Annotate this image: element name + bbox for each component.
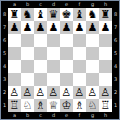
rank-label-5: 5	[1, 47, 8, 60]
rank-label-6: 6	[112, 34, 119, 47]
square-e2[interactable]: ♙	[60, 86, 73, 99]
rank-label-5: 5	[112, 47, 119, 60]
square-b3[interactable]	[21, 73, 34, 86]
rank-label-3: 3	[112, 73, 119, 86]
rank-label-2: 2	[1, 86, 8, 99]
square-g8[interactable]: ♞	[86, 8, 99, 21]
rank-label-1: 1	[112, 99, 119, 112]
square-b6[interactable]	[21, 34, 34, 47]
white-bishop-icon: ♗	[36, 99, 46, 112]
rank-label-8: 8	[112, 8, 119, 21]
square-b5[interactable]	[21, 47, 34, 60]
white-knight-icon: ♘	[88, 99, 98, 112]
square-d4[interactable]	[47, 60, 60, 73]
square-f3[interactable]	[73, 73, 86, 86]
square-g1[interactable]: ♘	[86, 99, 99, 112]
square-b4[interactable]	[21, 60, 34, 73]
white-pawn-icon: ♙	[88, 86, 98, 99]
square-h1[interactable]: ♖	[99, 99, 112, 112]
black-knight-icon: ♞	[23, 8, 33, 21]
square-e8[interactable]: ♚	[60, 8, 73, 21]
black-pawn-icon: ♟	[75, 21, 85, 34]
square-f2[interactable]: ♙	[73, 86, 86, 99]
square-a1[interactable]: ♖	[8, 99, 21, 112]
square-a8[interactable]: ♜	[8, 8, 21, 21]
file-label-b: b	[21, 1, 34, 8]
square-h5[interactable]	[99, 47, 112, 60]
square-c7[interactable]: ♟	[34, 21, 47, 34]
white-bishop-icon: ♗	[75, 99, 85, 112]
square-h7[interactable]: ♟	[99, 21, 112, 34]
white-rook-icon: ♖	[10, 99, 20, 112]
square-f8[interactable]: ♝	[73, 8, 86, 21]
white-pawn-icon: ♙	[23, 86, 33, 99]
square-h2[interactable]: ♙	[99, 86, 112, 99]
file-label-f: f	[73, 112, 86, 119]
square-g5[interactable]	[86, 47, 99, 60]
white-pawn-icon: ♙	[36, 86, 46, 99]
square-c2[interactable]: ♙	[34, 86, 47, 99]
chess-board-frame: abcdefgh abcdefgh 87654321 87654321 ♜♞♝♛…	[0, 0, 120, 120]
black-rook-icon: ♜	[10, 8, 20, 21]
black-queen-icon: ♛	[49, 8, 59, 21]
board: ♜♞♝♛♚♝♞♜♟♟♟♟♟♟♟♟♙♙♙♙♙♙♙♙♖♘♗♕♔♗♘♖	[8, 8, 112, 112]
file-label-e: e	[60, 1, 73, 8]
black-bishop-icon: ♝	[36, 8, 46, 21]
file-label-g: g	[86, 1, 99, 8]
rank-label-2: 2	[112, 86, 119, 99]
square-g2[interactable]: ♙	[86, 86, 99, 99]
rank-label-7: 7	[112, 21, 119, 34]
black-pawn-icon: ♟	[62, 21, 72, 34]
square-g3[interactable]	[86, 73, 99, 86]
white-pawn-icon: ♙	[49, 86, 59, 99]
square-e4[interactable]	[60, 60, 73, 73]
square-e7[interactable]: ♟	[60, 21, 73, 34]
file-label-f: f	[73, 1, 86, 8]
file-label-h: h	[99, 112, 112, 119]
rank-label-1: 1	[1, 99, 8, 112]
square-d1[interactable]: ♕	[47, 99, 60, 112]
square-h4[interactable]	[99, 60, 112, 73]
square-a5[interactable]	[8, 47, 21, 60]
rank-labels-left: 87654321	[1, 8, 8, 112]
file-label-b: b	[21, 112, 34, 119]
black-pawn-icon: ♟	[49, 21, 59, 34]
file-label-h: h	[99, 1, 112, 8]
file-label-a: a	[8, 1, 21, 8]
rank-label-4: 4	[112, 60, 119, 73]
white-knight-icon: ♘	[23, 99, 33, 112]
file-label-d: d	[47, 1, 60, 8]
rank-label-3: 3	[1, 73, 8, 86]
square-d3[interactable]	[47, 73, 60, 86]
rank-label-4: 4	[1, 60, 8, 73]
square-d2[interactable]: ♙	[47, 86, 60, 99]
square-b1[interactable]: ♘	[21, 99, 34, 112]
square-f4[interactable]	[73, 60, 86, 73]
square-f5[interactable]	[73, 47, 86, 60]
white-queen-icon: ♕	[49, 99, 59, 112]
rank-label-6: 6	[1, 34, 8, 47]
square-c8[interactable]: ♝	[34, 8, 47, 21]
file-label-e: e	[60, 112, 73, 119]
square-a4[interactable]	[8, 60, 21, 73]
square-e3[interactable]	[60, 73, 73, 86]
square-f7[interactable]: ♟	[73, 21, 86, 34]
square-c6[interactable]	[34, 34, 47, 47]
black-pawn-icon: ♟	[88, 21, 98, 34]
white-pawn-icon: ♙	[10, 86, 20, 99]
file-label-d: d	[47, 112, 60, 119]
black-rook-icon: ♜	[101, 8, 111, 21]
square-a3[interactable]	[8, 73, 21, 86]
square-a7[interactable]: ♟	[8, 21, 21, 34]
square-g4[interactable]	[86, 60, 99, 73]
square-d8[interactable]: ♛	[47, 8, 60, 21]
square-c4[interactable]	[34, 60, 47, 73]
rank-label-8: 8	[1, 8, 8, 21]
square-c1[interactable]: ♗	[34, 99, 47, 112]
square-b2[interactable]: ♙	[21, 86, 34, 99]
file-labels-bottom: abcdefgh	[8, 112, 112, 119]
square-g7[interactable]: ♟	[86, 21, 99, 34]
rank-label-7: 7	[1, 21, 8, 34]
square-b8[interactable]: ♞	[21, 8, 34, 21]
black-pawn-icon: ♟	[101, 21, 111, 34]
square-a6[interactable]	[8, 34, 21, 47]
square-e1[interactable]: ♔	[60, 99, 73, 112]
file-label-g: g	[86, 112, 99, 119]
black-pawn-icon: ♟	[36, 21, 46, 34]
rank-labels-right: 87654321	[112, 8, 119, 112]
square-f1[interactable]: ♗	[73, 99, 86, 112]
file-label-c: c	[34, 112, 47, 119]
square-h6[interactable]	[99, 34, 112, 47]
white-rook-icon: ♖	[101, 99, 111, 112]
square-d6[interactable]	[47, 34, 60, 47]
white-pawn-icon: ♙	[75, 86, 85, 99]
file-labels-top: abcdefgh	[8, 1, 112, 8]
square-d7[interactable]: ♟	[47, 21, 60, 34]
square-g6[interactable]	[86, 34, 99, 47]
square-h8[interactable]: ♜	[99, 8, 112, 21]
black-pawn-icon: ♟	[23, 21, 33, 34]
square-c3[interactable]	[34, 73, 47, 86]
square-e5[interactable]	[60, 47, 73, 60]
black-pawn-icon: ♟	[10, 21, 20, 34]
square-a2[interactable]: ♙	[8, 86, 21, 99]
square-c5[interactable]	[34, 47, 47, 60]
file-label-c: c	[34, 1, 47, 8]
square-d5[interactable]	[47, 47, 60, 60]
white-king-icon: ♔	[62, 99, 72, 112]
square-f6[interactable]	[73, 34, 86, 47]
white-pawn-icon: ♙	[101, 86, 111, 99]
square-e6[interactable]	[60, 34, 73, 47]
white-pawn-icon: ♙	[62, 86, 72, 99]
black-bishop-icon: ♝	[75, 8, 85, 21]
square-b7[interactable]: ♟	[21, 21, 34, 34]
black-king-icon: ♚	[62, 8, 72, 21]
square-h3[interactable]	[99, 73, 112, 86]
black-knight-icon: ♞	[88, 8, 98, 21]
file-label-a: a	[8, 112, 21, 119]
